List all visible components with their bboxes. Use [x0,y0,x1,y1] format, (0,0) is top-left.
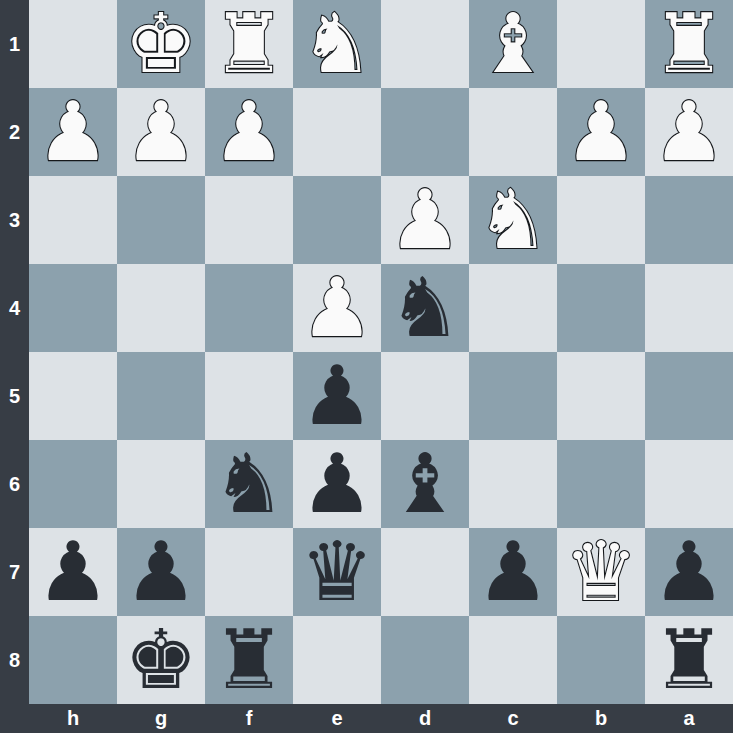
square-b1[interactable] [557,0,645,88]
file-label-g: g [117,704,205,733]
white-knight-c3[interactable]: ♞ [476,176,550,264]
square-b4[interactable] [557,264,645,352]
white-bishop-c1[interactable]: ♝ [476,0,550,88]
square-h4[interactable] [29,264,117,352]
square-e4[interactable]: ♟ [293,264,381,352]
black-pawn-e6[interactable]: ♟ [300,440,374,528]
square-h5[interactable] [29,352,117,440]
square-f3[interactable] [205,176,293,264]
white-king-g1[interactable]: ♚ [124,0,198,88]
square-h3[interactable] [29,176,117,264]
square-c2[interactable] [469,88,557,176]
square-a1[interactable]: ♜ [645,0,733,88]
file-label-f: f [205,704,293,733]
rank-labels: 12345678 [0,0,29,704]
rank-label-7: 7 [0,528,29,616]
white-rook-a1[interactable]: ♜ [652,0,726,88]
square-a6[interactable] [645,440,733,528]
square-d7[interactable] [381,528,469,616]
file-label-c: c [469,704,557,733]
black-rook-f8[interactable]: ♜ [212,616,286,704]
chess-board-frame: 12345678 ♚♜♞♝♜♟♟♟♟♟♟♞♟♞♟♞♟♝♟♟♛♟♛♟♚♜♜ hgf… [0,0,733,733]
square-e6[interactable]: ♟ [293,440,381,528]
square-g4[interactable] [117,264,205,352]
square-h6[interactable] [29,440,117,528]
square-b7[interactable]: ♛ [557,528,645,616]
black-pawn-e5[interactable]: ♟ [300,352,374,440]
square-d5[interactable] [381,352,469,440]
white-pawn-h2[interactable]: ♟ [36,88,110,176]
square-b8[interactable] [557,616,645,704]
square-b2[interactable]: ♟ [557,88,645,176]
square-d4[interactable]: ♞ [381,264,469,352]
white-pawn-e4[interactable]: ♟ [300,264,374,352]
black-rook-a8[interactable]: ♜ [652,616,726,704]
square-b3[interactable] [557,176,645,264]
black-knight-f6[interactable]: ♞ [212,440,286,528]
black-knight-d4[interactable]: ♞ [388,264,462,352]
square-e3[interactable] [293,176,381,264]
rank-label-4: 4 [0,264,29,352]
white-knight-e1[interactable]: ♞ [300,0,374,88]
square-a5[interactable] [645,352,733,440]
white-pawn-f2[interactable]: ♟ [212,88,286,176]
black-pawn-g7[interactable]: ♟ [124,528,198,616]
square-f7[interactable] [205,528,293,616]
rank-label-3: 3 [0,176,29,264]
square-c7[interactable]: ♟ [469,528,557,616]
square-g2[interactable]: ♟ [117,88,205,176]
square-d2[interactable] [381,88,469,176]
square-d1[interactable] [381,0,469,88]
rank-label-1: 1 [0,0,29,88]
square-g3[interactable] [117,176,205,264]
square-g5[interactable] [117,352,205,440]
square-e5[interactable]: ♟ [293,352,381,440]
square-b5[interactable] [557,352,645,440]
square-c6[interactable] [469,440,557,528]
board: ♚♜♞♝♜♟♟♟♟♟♟♞♟♞♟♞♟♝♟♟♛♟♛♟♚♜♜ [29,0,733,704]
square-h7[interactable]: ♟ [29,528,117,616]
black-pawn-c7[interactable]: ♟ [476,528,550,616]
square-f1[interactable]: ♜ [205,0,293,88]
square-g6[interactable] [117,440,205,528]
white-pawn-a2[interactable]: ♟ [652,88,726,176]
square-a2[interactable]: ♟ [645,88,733,176]
black-king-g8[interactable]: ♚ [124,616,198,704]
square-f5[interactable] [205,352,293,440]
black-bishop-d6[interactable]: ♝ [388,440,462,528]
square-b6[interactable] [557,440,645,528]
white-queen-b7[interactable]: ♛ [564,528,638,616]
square-h8[interactable] [29,616,117,704]
black-pawn-a7[interactable]: ♟ [652,528,726,616]
square-g1[interactable]: ♚ [117,0,205,88]
square-e1[interactable]: ♞ [293,0,381,88]
square-g7[interactable]: ♟ [117,528,205,616]
square-d3[interactable]: ♟ [381,176,469,264]
square-f8[interactable]: ♜ [205,616,293,704]
white-pawn-g2[interactable]: ♟ [124,88,198,176]
white-rook-f1[interactable]: ♜ [212,0,286,88]
square-f2[interactable]: ♟ [205,88,293,176]
square-a8[interactable]: ♜ [645,616,733,704]
file-label-e: e [293,704,381,733]
square-a3[interactable] [645,176,733,264]
square-d6[interactable]: ♝ [381,440,469,528]
rank-label-8: 8 [0,616,29,704]
square-h2[interactable]: ♟ [29,88,117,176]
rank-label-5: 5 [0,352,29,440]
square-g8[interactable]: ♚ [117,616,205,704]
square-c8[interactable] [469,616,557,704]
square-h1[interactable] [29,0,117,88]
file-labels: hgfedcba [29,704,733,733]
square-c1[interactable]: ♝ [469,0,557,88]
square-c5[interactable] [469,352,557,440]
square-f4[interactable] [205,264,293,352]
file-label-d: d [381,704,469,733]
square-c4[interactable] [469,264,557,352]
square-d8[interactable] [381,616,469,704]
black-queen-e7[interactable]: ♛ [300,528,374,616]
white-pawn-d3[interactable]: ♟ [388,176,462,264]
square-e8[interactable] [293,616,381,704]
file-label-h: h [29,704,117,733]
square-e2[interactable] [293,88,381,176]
square-a4[interactable] [645,264,733,352]
file-label-a: a [645,704,733,733]
square-f6[interactable]: ♞ [205,440,293,528]
file-label-b: b [557,704,645,733]
white-pawn-b2[interactable]: ♟ [564,88,638,176]
rank-label-6: 6 [0,440,29,528]
square-c3[interactable]: ♞ [469,176,557,264]
rank-label-2: 2 [0,88,29,176]
black-pawn-h7[interactable]: ♟ [36,528,110,616]
square-a7[interactable]: ♟ [645,528,733,616]
square-e7[interactable]: ♛ [293,528,381,616]
